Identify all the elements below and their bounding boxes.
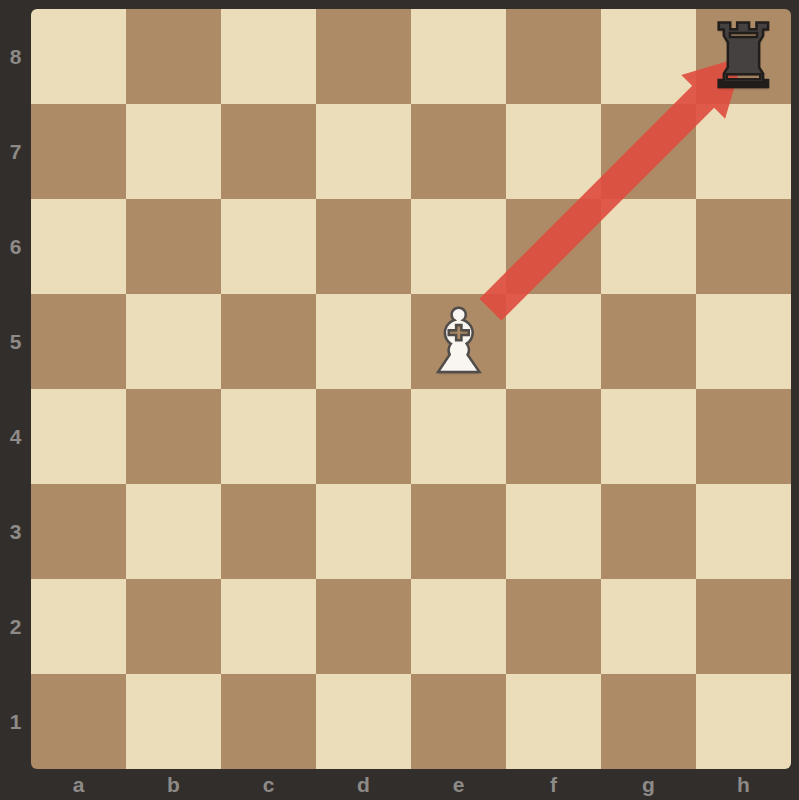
file-label-h: h [696, 769, 791, 800]
square-a8[interactable] [31, 9, 126, 104]
file-label-f: f [506, 769, 601, 800]
square-b1[interactable] [126, 674, 221, 769]
square-f3[interactable] [506, 484, 601, 579]
square-e1[interactable] [411, 674, 506, 769]
square-a4[interactable] [31, 389, 126, 484]
square-e4[interactable] [411, 389, 506, 484]
square-g3[interactable] [601, 484, 696, 579]
square-f6[interactable] [506, 199, 601, 294]
rank-label-1: 1 [0, 674, 31, 769]
rank-label-7: 7 [0, 104, 31, 199]
rank-label-2: 2 [0, 579, 31, 674]
square-a7[interactable] [31, 104, 126, 199]
square-h1[interactable] [696, 674, 791, 769]
square-b2[interactable] [126, 579, 221, 674]
square-d6[interactable] [316, 199, 411, 294]
square-b8[interactable] [126, 9, 221, 104]
square-b3[interactable] [126, 484, 221, 579]
square-e3[interactable] [411, 484, 506, 579]
black-rook[interactable]: ♜ [696, 9, 791, 104]
file-label-b: b [126, 769, 221, 800]
file-label-d: d [316, 769, 411, 800]
chess-board-screen: 87654321 abcdefgh ♜♝ [0, 0, 799, 800]
rank-label-5: 5 [0, 294, 31, 389]
square-e8[interactable] [411, 9, 506, 104]
square-c7[interactable] [221, 104, 316, 199]
rank-label-8: 8 [0, 9, 31, 104]
square-b4[interactable] [126, 389, 221, 484]
square-c3[interactable] [221, 484, 316, 579]
file-label-g: g [601, 769, 696, 800]
square-g5[interactable] [601, 294, 696, 389]
file-labels: abcdefgh [31, 769, 791, 800]
square-f7[interactable] [506, 104, 601, 199]
square-d2[interactable] [316, 579, 411, 674]
square-f8[interactable] [506, 9, 601, 104]
square-a3[interactable] [31, 484, 126, 579]
white-bishop[interactable]: ♝ [411, 294, 506, 389]
file-label-a: a [31, 769, 126, 800]
square-a6[interactable] [31, 199, 126, 294]
square-c5[interactable] [221, 294, 316, 389]
square-d3[interactable] [316, 484, 411, 579]
square-f5[interactable] [506, 294, 601, 389]
square-a1[interactable] [31, 674, 126, 769]
square-c2[interactable] [221, 579, 316, 674]
square-d1[interactable] [316, 674, 411, 769]
square-f1[interactable] [506, 674, 601, 769]
square-d8[interactable] [316, 9, 411, 104]
square-g8[interactable] [601, 9, 696, 104]
square-e7[interactable] [411, 104, 506, 199]
square-h2[interactable] [696, 579, 791, 674]
square-e2[interactable] [411, 579, 506, 674]
square-h3[interactable] [696, 484, 791, 579]
square-h6[interactable] [696, 199, 791, 294]
rank-label-3: 3 [0, 484, 31, 579]
square-g4[interactable] [601, 389, 696, 484]
square-g1[interactable] [601, 674, 696, 769]
square-g7[interactable] [601, 104, 696, 199]
square-c6[interactable] [221, 199, 316, 294]
file-label-c: c [221, 769, 316, 800]
square-c1[interactable] [221, 674, 316, 769]
square-a5[interactable] [31, 294, 126, 389]
square-d5[interactable] [316, 294, 411, 389]
square-e6[interactable] [411, 199, 506, 294]
square-g2[interactable] [601, 579, 696, 674]
rank-labels: 87654321 [0, 9, 31, 769]
square-c8[interactable] [221, 9, 316, 104]
rank-label-4: 4 [0, 389, 31, 484]
square-g6[interactable] [601, 199, 696, 294]
square-c4[interactable] [221, 389, 316, 484]
square-a2[interactable] [31, 579, 126, 674]
chess-board [31, 9, 791, 769]
square-d7[interactable] [316, 104, 411, 199]
file-label-e: e [411, 769, 506, 800]
square-b6[interactable] [126, 199, 221, 294]
square-d4[interactable] [316, 389, 411, 484]
square-b7[interactable] [126, 104, 221, 199]
rank-label-6: 6 [0, 199, 31, 294]
square-h7[interactable] [696, 104, 791, 199]
square-h5[interactable] [696, 294, 791, 389]
square-f4[interactable] [506, 389, 601, 484]
square-f2[interactable] [506, 579, 601, 674]
square-b5[interactable] [126, 294, 221, 389]
square-h4[interactable] [696, 389, 791, 484]
